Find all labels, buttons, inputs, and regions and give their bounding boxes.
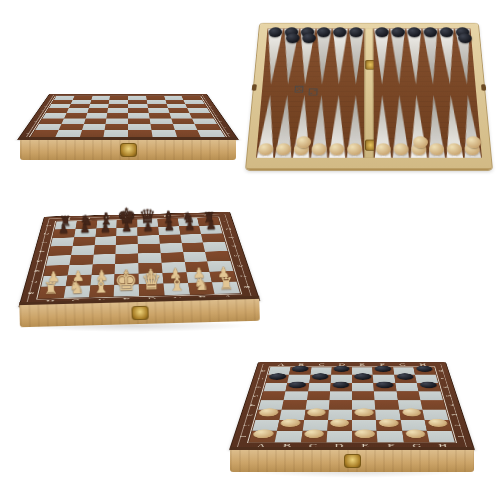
square-A8 [198,130,225,137]
square-B5 [183,252,208,262]
backgammon-checker-black [391,27,405,37]
square-H1 [427,431,455,442]
square-B1 [275,431,302,442]
black-pawn: ♟ [206,220,217,233]
backgammon-checker-light [393,143,408,155]
square-E1 [352,431,378,442]
square-H7 [35,124,61,130]
closed-box-chess-lid: HGFEDCBA 12345678 12345678 [18,94,238,140]
square-G8: ♞ [64,286,90,298]
backgammon-center-bar [364,29,374,158]
white-king: ♚ [114,268,138,295]
black-checker [311,373,328,379]
square-A5 [261,391,286,400]
backgammon-checker-black [350,27,364,37]
backgammon-checker-black [424,27,438,37]
checkers-board: ABCDEFGH ABCDEFGH 87654321 87654321 [230,362,474,450]
square-C3 [304,410,329,420]
black-pawn: ♟ [163,221,174,234]
square-A3 [255,410,281,420]
brass-hinge-icon [365,140,376,151]
square-D2 [327,420,352,431]
chess-board: ♜♞♝♚♛♝♞♜♟♟♟♟♟♟♟♟♟♟♟♟♟♟♟♟♜♞♝♚♛♝♞♜ HGFEDCB… [19,212,259,307]
chess-box-front-face [19,296,260,327]
light-checker [427,419,448,427]
square-C1 [301,431,328,442]
square-A7 [195,124,221,130]
closed-box-grid [31,96,225,137]
light-checker [379,419,399,427]
square-H8: ♜ [38,286,65,298]
square-G8 [55,130,81,137]
square-F7 [82,124,106,130]
square-C5 [307,391,330,400]
chess-view: ♜♞♝♚♛♝♞♜♟♟♟♟♟♟♟♟♟♟♟♟♟♟♟♟♜♞♝♚♛♝♞♜ HGFEDCB… [8,169,270,336]
backgammon-checker-black [440,27,454,37]
brass-hinge-icon [365,60,375,70]
black-checker [333,366,349,372]
black-pawn: ♟ [100,223,111,236]
black-checker [292,366,309,372]
square-D7 [128,124,151,130]
black-pawn: ♟ [142,221,153,234]
backgammon-checker-black [302,33,316,43]
square-G1 [402,431,429,442]
white-rook: ♜ [219,275,234,292]
square-F8: ♝ [89,285,115,297]
black-checker [416,366,434,372]
square-C7 [150,124,174,130]
square-H6 [39,118,64,124]
square-H4 [48,246,72,256]
square-B6 [171,118,195,124]
square-B6 [286,383,309,392]
square-A6 [264,383,288,392]
square-B5 [284,391,308,400]
square-A5 [205,251,230,261]
square-E7 [105,124,128,130]
square-G5 [396,391,420,400]
brass-clasp-icon [344,454,361,468]
brass-clasp-icon [131,306,148,320]
black-checker [332,381,349,388]
square-D5 [138,253,161,263]
black-pawn: ♟ [121,222,132,235]
backgammon-checker-light [466,136,482,148]
latch-knob-right [481,84,486,90]
backgammon-checker-light [375,143,390,155]
square-D4 [329,400,352,410]
square-D5 [329,391,352,400]
light-checker [304,429,325,438]
black-pawn: ♟ [79,223,90,236]
square-F1 [377,431,404,442]
black-checker [268,373,286,379]
backgammon-checker-light [296,136,311,148]
square-B2 [277,420,303,431]
square-D3 [138,235,160,244]
light-checker [402,409,422,417]
white-queen: ♛ [141,270,163,294]
square-F8 [79,130,104,137]
die-icon: ⚁ [308,87,319,96]
square-B8 [289,367,311,375]
black-checker [354,373,371,379]
die-icon: ⚄ [294,85,305,94]
backgammon-view: ⚄⚁ [246,6,492,170]
backgammon-checker-black [458,33,472,43]
white-bishop: ♝ [92,275,110,295]
square-D1 [326,431,352,442]
backgammon-right-leaf [373,29,481,158]
square-F5 [374,391,397,400]
backgammon-checker-light [413,136,428,148]
latch-knob-left [252,84,257,90]
light-checker [355,429,375,438]
square-H6 [417,383,441,392]
square-D8: ♛ [139,284,165,296]
closed-box-front-face [20,137,236,160]
square-A1 [249,431,277,442]
white-knight: ♞ [193,275,209,293]
square-C8 [151,130,176,137]
square-C5 [160,252,184,262]
square-B8: ♞ [188,282,215,294]
square-G7 [394,375,417,383]
black-checker [396,373,414,379]
square-F5 [92,254,115,264]
white-rook: ♜ [43,280,58,297]
square-C6 [308,383,331,392]
backgammon-checker-black [407,27,421,37]
square-H2 [424,420,451,431]
square-C6 [149,118,172,124]
backgammon-playing-field: ⚄⚁ [256,29,482,158]
square-A7 [266,375,289,383]
light-checker [252,429,274,438]
product-photo-collage: HGFEDCBA 12345678 12345678 ⚄⚁ ♜♞♝♚♛♝♞♜♟♟ [0,0,500,500]
checkers-grid [249,367,455,442]
square-D8 [331,367,352,375]
square-E8: ♚ [114,284,139,296]
square-F6 [374,383,397,392]
square-B8 [174,130,200,137]
square-F4 [375,400,399,410]
square-E6 [352,383,374,392]
square-F2 [376,420,402,431]
black-checker [376,381,394,388]
black-checker [288,381,306,388]
square-C8: ♝ [163,283,189,295]
square-C7 [309,375,331,383]
square-D8 [128,130,152,137]
white-bishop: ♝ [167,273,185,293]
backgammon-checker-black [286,33,300,43]
square-E5 [352,391,375,400]
square-G6 [395,383,418,392]
black-pawn: ♟ [184,220,195,233]
black-pawn: ♟ [58,224,69,237]
checkers-view: ABCDEFGH ABCDEFGH 87654321 87654321 [224,326,482,484]
light-checker [280,419,301,427]
square-E7 [352,375,374,383]
light-checker [405,429,426,438]
square-G3 [399,410,425,420]
square-F8 [372,367,393,375]
backgammon-checker-light [429,143,444,155]
light-checker [306,409,325,417]
square-D6 [128,118,150,124]
brass-clasp-icon [120,143,137,157]
square-G6 [61,118,85,124]
square-E6 [106,118,128,124]
black-checker [375,366,392,372]
backgammon-checker-light [447,143,463,155]
backgammon-checker-black [375,27,389,37]
light-checker [330,419,349,427]
light-checker [258,409,279,417]
black-checker [419,381,438,388]
square-E3 [352,410,376,420]
square-B7 [173,124,198,130]
square-H8 [413,367,436,375]
white-knight: ♞ [68,278,84,296]
backgammon-board: ⚄⚁ [246,23,492,170]
light-checker [355,409,374,417]
square-F6 [83,118,106,124]
backgammon-checker-light [348,143,363,155]
closed-box-view: HGFEDCBA 12345678 12345678 [18,40,238,160]
square-E8 [104,130,128,137]
square-D6 [330,383,352,392]
chess-grid: ♜♞♝♚♛♝♞♜♟♟♟♟♟♟♟♟♟♟♟♟♟♟♟♟♜♞♝♚♛♝♞♜ [38,217,240,298]
square-B4 [282,400,307,410]
square-H5 [418,391,443,400]
square-G7 [58,124,83,130]
backgammon-left-leaf: ⚄⚁ [256,29,364,158]
square-A6 [192,118,217,124]
square-H4 [420,400,445,410]
square-A8: ♜ [212,282,240,294]
square-H8 [31,130,58,137]
checkers-box-front-face [230,447,474,472]
square-E5 [115,253,138,263]
